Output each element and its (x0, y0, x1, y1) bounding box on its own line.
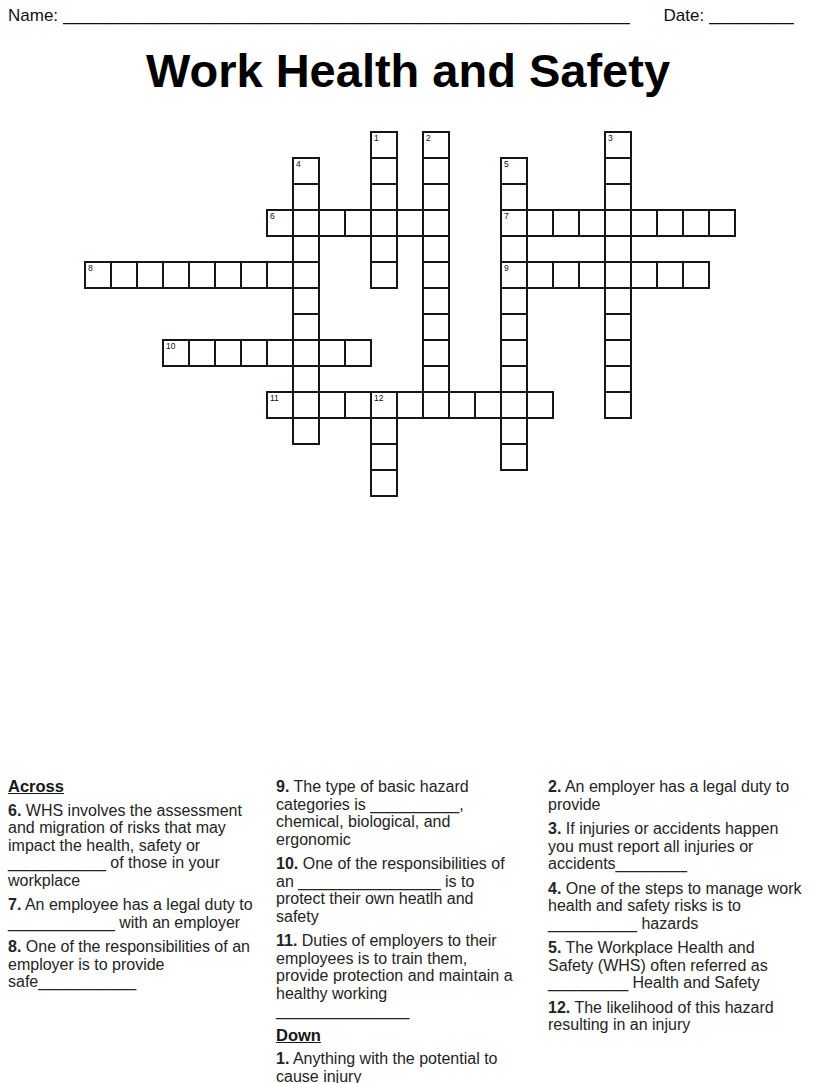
clue-text: If injuries or accidents happen you must… (548, 820, 778, 872)
clue-number: 12. (548, 999, 570, 1016)
grid-cell[interactable]: 2 (422, 131, 450, 159)
grid-cell[interactable] (656, 261, 684, 289)
grid-cell[interactable] (370, 443, 398, 471)
clues-column-1: Across 6. WHS involves the assessment an… (8, 778, 260, 998)
grid-cell[interactable] (708, 209, 736, 237)
grid-cell[interactable] (214, 261, 242, 289)
grid-cell[interactable]: 8 (84, 261, 112, 289)
clue-text: One of the responsibilities of an ______… (276, 855, 505, 925)
grid-cell[interactable] (318, 209, 346, 237)
grid-cell[interactable] (578, 209, 606, 237)
grid-cell[interactable] (422, 339, 450, 367)
grid-cell[interactable] (422, 209, 450, 237)
grid-cell[interactable] (630, 261, 658, 289)
clue-down-3: 3. If injuries or accidents happen you m… (548, 820, 802, 873)
grid-cell[interactable] (604, 235, 632, 263)
clue-text: An employer has a legal duty to provide (548, 778, 789, 813)
grid-cell[interactable] (318, 391, 346, 419)
grid-cell[interactable] (188, 339, 216, 367)
grid-cell[interactable] (422, 157, 450, 185)
grid-cell[interactable]: 6 (266, 209, 294, 237)
grid-cell[interactable] (370, 235, 398, 263)
clue-text: The type of basic hazard categories is _… (276, 778, 469, 848)
grid-cell[interactable] (526, 209, 554, 237)
grid-cell[interactable]: 7 (500, 209, 528, 237)
grid-cell[interactable] (292, 339, 320, 367)
grid-cell[interactable] (500, 313, 528, 341)
date-blank-line[interactable]: _________ (709, 6, 794, 26)
grid-cell[interactable]: 4 (292, 157, 320, 185)
grid-cell[interactable] (526, 261, 554, 289)
grid-cell[interactable] (162, 261, 190, 289)
grid-cell[interactable] (292, 365, 320, 393)
grid-cell[interactable] (604, 287, 632, 315)
clue-across-11: 11. Duties of employers to their employe… (276, 932, 516, 1020)
grid-cell[interactable] (656, 209, 684, 237)
clue-number: 6. (8, 802, 21, 819)
grid-cell[interactable] (292, 183, 320, 211)
clue-across-10: 10. One of the responsibilities of an __… (276, 855, 516, 925)
clue-number: 1. (276, 1050, 289, 1067)
grid-cell[interactable] (500, 183, 528, 211)
cell-number: 2 (426, 133, 431, 143)
clue-across-6: 6. WHS involves the assessment and migra… (8, 802, 260, 890)
grid-cell[interactable] (370, 417, 398, 445)
grid-cell[interactable] (500, 339, 528, 367)
grid-cell[interactable] (604, 209, 632, 237)
grid-cell[interactable] (448, 391, 476, 419)
grid-cell[interactable] (266, 261, 294, 289)
clue-text: One of the responsibilities of an employ… (8, 938, 250, 990)
grid-cell[interactable] (370, 209, 398, 237)
grid-cell[interactable] (110, 261, 138, 289)
cell-number: 7 (504, 211, 509, 221)
cell-number: 9 (504, 263, 509, 273)
grid-cell[interactable] (422, 235, 450, 263)
cell-number: 3 (608, 133, 613, 143)
grid-cell[interactable]: 10 (162, 339, 190, 367)
grid-cell[interactable] (422, 313, 450, 341)
grid-cell[interactable] (682, 261, 710, 289)
grid-cell[interactable] (526, 391, 554, 419)
clue-number: 4. (548, 880, 561, 897)
down-heading: Down (276, 1027, 516, 1045)
grid-cell[interactable] (214, 339, 242, 367)
cell-number: 1 (374, 133, 379, 143)
clues-column-2: 9. The type of basic hazard categories i… (276, 778, 516, 1083)
cell-number: 8 (88, 263, 93, 273)
across-heading: Across (8, 778, 260, 796)
header: Name: __________________________________… (8, 6, 794, 26)
grid-cell[interactable] (292, 261, 320, 289)
grid-cell[interactable] (292, 235, 320, 263)
cell-number: 12 (374, 393, 383, 403)
grid-cell[interactable] (474, 391, 502, 419)
grid-cell[interactable] (292, 209, 320, 237)
grid-cell[interactable] (344, 209, 372, 237)
grid-cell[interactable] (604, 157, 632, 185)
clue-down-12: 12. The likelihood of this hazard result… (548, 999, 802, 1034)
grid-cell[interactable] (318, 339, 346, 367)
cell-number: 4 (296, 159, 301, 169)
cell-number: 11 (270, 393, 279, 403)
grid-cell[interactable] (370, 261, 398, 289)
cell-number: 10 (166, 341, 175, 351)
grid-cell[interactable] (604, 183, 632, 211)
clue-text: The Workplace Health and Safety (WHS) of… (548, 939, 768, 991)
grid-cell[interactable] (422, 391, 450, 419)
grid-cell[interactable]: 3 (604, 131, 632, 159)
grid-cell[interactable] (500, 287, 528, 315)
clue-number: 11. (276, 932, 297, 949)
clue-across-8: 8. One of the responsibilities of an emp… (8, 938, 260, 991)
clue-text: Anything with the potential to cause inj… (276, 1050, 497, 1083)
crossword-worksheet: Name: __________________________________… (0, 0, 816, 1083)
grid-cell[interactable]: 5 (500, 157, 528, 185)
crossword-grid: 123456789101112 (84, 131, 736, 497)
clue-number: 2. (548, 778, 561, 795)
grid-cell[interactable] (240, 339, 268, 367)
grid-cell[interactable] (422, 261, 450, 289)
grid-cell[interactable] (292, 287, 320, 315)
grid-cell[interactable] (500, 365, 528, 393)
clue-down-1: 1. Anything with the potential to cause … (276, 1050, 516, 1083)
clue-number: 10. (276, 855, 298, 872)
grid-cell[interactable] (630, 209, 658, 237)
clue-down-4: 4. One of the steps to manage work healt… (548, 880, 802, 933)
grid-cell[interactable] (344, 391, 372, 419)
grid-cell[interactable] (396, 391, 424, 419)
grid-cell[interactable]: 9 (500, 261, 528, 289)
grid-cell[interactable] (604, 339, 632, 367)
clue-text: WHS involves the assessment and migratio… (8, 802, 242, 889)
clue-number: 7. (8, 896, 21, 913)
grid-cell[interactable] (266, 339, 294, 367)
name-blank-line[interactable]: ________________________________________… (63, 6, 630, 26)
clue-down-2: 2. An employer has a legal duty to provi… (548, 778, 802, 813)
grid-cell[interactable] (604, 365, 632, 393)
grid-cell[interactable] (552, 261, 580, 289)
grid-cell[interactable] (292, 313, 320, 341)
clue-across-9: 9. The type of basic hazard categories i… (276, 778, 516, 848)
clue-text: An employee has a legal duty to ________… (8, 896, 253, 931)
grid-cell[interactable]: 1 (370, 131, 398, 159)
grid-cell[interactable] (292, 417, 320, 445)
clue-text: Duties of employers to their employees i… (276, 932, 513, 1019)
grid-cell[interactable] (370, 469, 398, 497)
cell-number: 6 (270, 211, 275, 221)
grid-cell[interactable] (344, 339, 372, 367)
grid-cell[interactable] (578, 261, 606, 289)
grid-cell[interactable] (422, 183, 450, 211)
grid-cell[interactable] (604, 391, 632, 419)
name-label: Name: (8, 6, 58, 26)
grid-cell[interactable] (552, 209, 580, 237)
date-label: Date: (664, 6, 705, 26)
clue-down-5: 5. The Workplace Health and Safety (WHS)… (548, 939, 802, 992)
grid-cell[interactable] (370, 157, 398, 185)
grid-cell[interactable] (396, 209, 424, 237)
clues-column-3: 2. An employer has a legal duty to provi… (548, 778, 802, 1041)
grid-cell[interactable] (136, 261, 164, 289)
page-title: Work Health and Safety (0, 40, 816, 102)
grid-cell[interactable] (500, 235, 528, 263)
clue-number: 3. (548, 820, 561, 837)
grid-cell[interactable] (604, 261, 632, 289)
clue-text: One of the steps to manage work health a… (548, 880, 801, 932)
clue-text: The likelihood of this hazard resulting … (548, 999, 774, 1034)
grid-cell[interactable] (370, 183, 398, 211)
grid-cell[interactable]: 11 (266, 391, 294, 419)
grid-cell[interactable] (682, 209, 710, 237)
clue-number: 5. (548, 939, 561, 956)
clue-number: 8. (8, 938, 21, 955)
clue-across-7: 7. An employee has a legal duty to _____… (8, 896, 260, 931)
grid-cell[interactable] (292, 391, 320, 419)
grid-cell[interactable] (240, 261, 268, 289)
grid-cell[interactable] (500, 391, 528, 419)
grid-cell[interactable] (422, 287, 450, 315)
grid-cell[interactable]: 12 (370, 391, 398, 419)
grid-cell[interactable] (500, 417, 528, 445)
cell-number: 5 (504, 159, 509, 169)
grid-cell[interactable] (500, 443, 528, 471)
grid-cell[interactable] (188, 261, 216, 289)
grid-cell[interactable] (422, 365, 450, 393)
clue-number: 9. (276, 778, 289, 795)
grid-cell[interactable] (604, 313, 632, 341)
